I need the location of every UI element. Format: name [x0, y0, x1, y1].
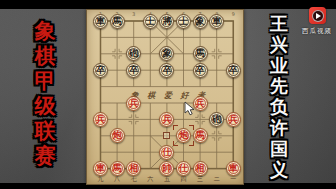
piece-red-chariot[interactable]: 車	[226, 161, 241, 176]
piece-black-soldier[interactable]: 卒	[193, 63, 208, 78]
video-frame: 象棋甲级联赛 王兴业先负许国义 西瓜视频 123456789 九八七六五四三二一…	[0, 0, 336, 189]
column-label: 八	[114, 175, 120, 184]
piece-black-soldier[interactable]: 卒	[226, 63, 241, 78]
players-result-banner: 王兴业先负许国义	[264, 14, 294, 180]
piece-red-horse[interactable]: 馬	[110, 161, 125, 176]
piece-black-advisor[interactable]: 士	[143, 14, 158, 29]
piece-black-soldier[interactable]: 卒	[93, 63, 108, 78]
banner-char: 联	[35, 119, 56, 144]
river-text-char: 爱	[164, 89, 172, 100]
banner-char: 象	[35, 19, 56, 44]
column-label: 六	[147, 175, 153, 184]
xigua-video-logo-icon	[309, 7, 326, 24]
piece-black-horse[interactable]: 馬	[110, 14, 125, 29]
mouse-cursor-icon	[184, 101, 196, 121]
piece-red-advisor[interactable]: 仕	[176, 161, 191, 176]
event-title-banner: 象棋甲级联赛	[29, 19, 61, 169]
banner-char: 级	[35, 94, 56, 119]
banner-char: 国	[270, 139, 288, 160]
piece-red-soldier[interactable]: 兵	[126, 96, 141, 111]
banner-char: 负	[270, 97, 288, 118]
letterbox-top	[0, 0, 336, 9]
banner-char: 先	[270, 76, 288, 97]
xigua-watermark-text: 西瓜视频	[298, 27, 336, 36]
piece-black-advisor[interactable]: 士	[176, 14, 191, 29]
piece-black-cannon[interactable]: 砲	[209, 112, 224, 127]
piece-black-soldier[interactable]: 卒	[159, 63, 174, 78]
river-text-char: 好	[181, 89, 189, 100]
banner-char: 赛	[35, 144, 56, 169]
xiangqi-board[interactable]: 123456789 九八七六五四三二一 象棋爱好者 車馬士將士象車砲象馬卒卒卒卒…	[86, 9, 244, 185]
piece-red-horse[interactable]: 馬	[193, 128, 208, 143]
column-label: 9	[232, 11, 235, 17]
piece-red-soldier[interactable]: 兵	[226, 112, 241, 127]
banner-char: 兴	[270, 35, 288, 56]
banner-char: 业	[270, 56, 288, 77]
banner-char: 许	[270, 118, 288, 139]
column-label: 四	[181, 175, 187, 184]
column-label: 二	[214, 175, 220, 184]
play-icon	[312, 10, 324, 22]
banner-char: 棋	[35, 44, 56, 69]
column-label: 一	[230, 175, 236, 184]
piece-black-horse[interactable]: 馬	[193, 46, 208, 61]
piece-black-chariot[interactable]: 車	[93, 14, 108, 29]
banner-char: 王	[270, 14, 288, 35]
column-label: 五	[164, 175, 170, 184]
piece-black-soldier[interactable]: 卒	[126, 63, 141, 78]
piece-black-general[interactable]: 將	[159, 14, 174, 29]
last-move-origin-marker	[163, 132, 170, 139]
piece-black-chariot[interactable]: 車	[209, 14, 224, 29]
piece-red-elephant[interactable]: 相	[193, 161, 208, 176]
piece-red-advisor[interactable]: 仕	[159, 145, 174, 160]
piece-red-soldier[interactable]: 兵	[93, 112, 108, 127]
column-label: 七	[131, 175, 137, 184]
column-label: 三	[197, 175, 203, 184]
river-text-char: 棋	[147, 89, 155, 100]
piece-red-cannon[interactable]: 炮	[110, 128, 125, 143]
banner-char: 义	[270, 160, 288, 181]
piece-red-chariot[interactable]: 車	[93, 161, 108, 176]
piece-black-elephant[interactable]: 象	[193, 14, 208, 29]
banner-char: 甲	[35, 69, 56, 94]
column-label: 3	[132, 11, 135, 17]
column-label: 九	[98, 175, 104, 184]
